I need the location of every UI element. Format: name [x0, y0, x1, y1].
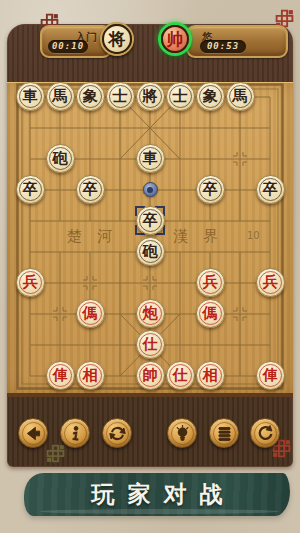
red-player-panel: 悠 00:53: [186, 25, 288, 58]
mode-banner-text: 玩家对战: [79, 479, 236, 510]
undo-button[interactable]: [250, 418, 280, 448]
arrow-left-icon: [25, 425, 42, 442]
piece-red-兵[interactable]: 兵: [256, 268, 285, 297]
piece-black-車[interactable]: 車: [136, 144, 165, 173]
piece-black-將[interactable]: 將: [136, 82, 165, 111]
red-player-timer: 00:53: [200, 40, 246, 53]
piece-black-卒[interactable]: 卒: [16, 175, 45, 204]
piece-red-仕[interactable]: 仕: [166, 361, 195, 390]
piece-black-卒[interactable]: 卒: [136, 206, 165, 235]
piece-red-炮[interactable]: 炮: [136, 299, 165, 328]
piece-black-象[interactable]: 象: [76, 82, 105, 111]
piece-red-兵[interactable]: 兵: [16, 268, 45, 297]
piece-red-傌[interactable]: 傌: [76, 299, 105, 328]
piece-red-相[interactable]: 相: [76, 361, 105, 390]
lightbulb-icon: [174, 425, 191, 442]
black-general-piece-icon: 将: [102, 24, 132, 54]
piece-black-砲[interactable]: 砲: [46, 144, 75, 173]
back-button[interactable]: [18, 418, 48, 448]
game-screen: 入门 00:10 将 帅 悠 00:53 楚河 漢界 10 車馬象士將士象馬砲車…: [0, 0, 300, 533]
menu-button[interactable]: [209, 418, 239, 448]
hint-button[interactable]: [167, 418, 197, 448]
info-button[interactable]: [60, 418, 90, 448]
piece-red-相[interactable]: 相: [196, 361, 225, 390]
piece-black-車[interactable]: 車: [16, 82, 45, 111]
piece-black-卒[interactable]: 卒: [196, 175, 225, 204]
piece-red-傌[interactable]: 傌: [196, 299, 225, 328]
menu-lines-icon: [216, 425, 233, 442]
corner-knot-icon: [45, 443, 66, 464]
red-general-piece-icon: 帅: [161, 25, 189, 53]
piece-black-砲[interactable]: 砲: [136, 237, 165, 266]
piece-black-象[interactable]: 象: [196, 82, 225, 111]
mode-banner: 玩家对战: [24, 473, 290, 516]
piece-black-士[interactable]: 士: [106, 82, 135, 111]
swap-arrows-icon: [109, 425, 126, 442]
piece-black-馬[interactable]: 馬: [46, 82, 75, 111]
piece-black-士[interactable]: 士: [166, 82, 195, 111]
undo-arrow-icon: [257, 425, 274, 442]
last-move-origin-dot: [143, 182, 158, 197]
black-player-avatar: 将: [100, 22, 134, 56]
piece-red-仕[interactable]: 仕: [136, 330, 165, 359]
flip-button[interactable]: [102, 418, 132, 448]
info-icon: [67, 425, 84, 442]
piece-red-俥[interactable]: 俥: [46, 361, 75, 390]
piece-black-卒[interactable]: 卒: [256, 175, 285, 204]
pieces-layer: 車馬象士將士象馬砲車卒卒卒卒卒砲兵兵兵傌炮傌仕俥相帥仕相俥: [15, 81, 285, 391]
piece-black-馬[interactable]: 馬: [226, 82, 255, 111]
red-player-avatar-active-turn: 帅: [158, 22, 192, 56]
xiangqi-board: 楚河 漢界 10 車馬象士將士象馬砲車卒卒卒卒卒砲兵兵兵傌炮傌仕俥相帥仕相俥: [7, 82, 293, 397]
piece-red-俥[interactable]: 俥: [256, 361, 285, 390]
black-player-timer: 00:10: [48, 40, 88, 53]
piece-red-帥[interactable]: 帥: [136, 361, 165, 390]
piece-red-兵[interactable]: 兵: [196, 268, 225, 297]
piece-black-卒[interactable]: 卒: [76, 175, 105, 204]
